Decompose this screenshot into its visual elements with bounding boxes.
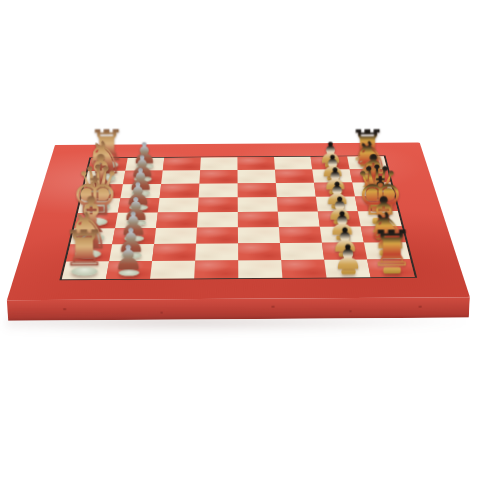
square-r4-c2 — [156, 212, 198, 228]
square-r2-c2 — [160, 184, 200, 198]
square-r1-c3 — [199, 170, 237, 184]
black-pawn: ♟ — [326, 242, 370, 275]
square-r0-c2 — [163, 157, 201, 170]
square-r2-c4 — [238, 183, 277, 197]
square-r7-c1: ♟ — [106, 261, 152, 279]
square-r4-c5 — [278, 211, 320, 227]
square-r3-c5 — [277, 197, 318, 212]
square-r5-c4 — [238, 227, 280, 243]
black-rook-glyph: ♜ — [370, 226, 415, 272]
square-r2-c5 — [276, 183, 316, 197]
square-r5-c3 — [196, 227, 238, 243]
black-rook: ♜ — [370, 226, 414, 274]
square-r6-c5 — [280, 243, 324, 260]
square-r7-c0: ♜ — [62, 261, 109, 279]
square-r6-c3 — [195, 243, 238, 260]
black-pawn-glyph: ♟ — [333, 242, 364, 274]
square-r0-c3 — [200, 157, 237, 170]
square-r3-c2 — [158, 198, 199, 213]
white-pawn: ♟ — [106, 242, 150, 276]
square-r5-c2 — [154, 228, 197, 244]
square-r1-c2 — [161, 170, 200, 184]
square-r7-c6: ♟ — [324, 259, 370, 277]
square-r7-c3 — [194, 260, 238, 278]
board-tilt-wrapper: ♜♟♟♜♞♟♟♞♝♟♟♝♛♟♟♛♚♟♟♚♝♟♟♝♞♟♟♞♜♟♟♜ — [0, 0, 480, 480]
chess-set-photo: ♜♟♟♜♞♟♟♞♝♟♟♝♛♟♟♛♚♟♟♚♝♟♟♝♞♟♟♞♜♟♟♜ — [0, 0, 480, 480]
square-r1-c5 — [275, 169, 314, 183]
square-r3-c4 — [238, 197, 278, 212]
square-r4-c3 — [197, 212, 238, 228]
square-r5-c5 — [279, 227, 322, 243]
white-rook-glyph: ♜ — [62, 226, 107, 272]
square-r6-c4 — [238, 243, 281, 260]
white-rook: ♜ — [62, 226, 106, 276]
square-r7-c7: ♜ — [367, 259, 415, 277]
board-shadow — [6, 316, 470, 332]
square-r2-c3 — [199, 183, 238, 197]
square-r0-c5 — [274, 157, 312, 170]
square-r6-c2 — [152, 244, 196, 261]
square-r7-c4 — [238, 260, 282, 278]
square-r7-c5 — [281, 260, 326, 278]
square-r1-c4 — [238, 170, 276, 184]
chess-board: ♜♟♟♜♞♟♟♞♝♟♟♝♛♟♟♛♚♟♟♚♝♟♟♝♞♟♟♞♜♟♟♜ — [7, 142, 470, 300]
square-r7-c2 — [150, 261, 195, 279]
square-r3-c3 — [198, 197, 238, 212]
square-r0-c4 — [237, 157, 274, 170]
white-pawn-glyph: ♟ — [113, 242, 144, 274]
board-grid: ♜♟♟♜♞♟♟♞♝♟♟♝♛♟♟♛♚♟♟♚♝♟♟♝♞♟♟♞♜♟♟♜ — [62, 156, 415, 279]
square-r4-c4 — [238, 212, 279, 228]
